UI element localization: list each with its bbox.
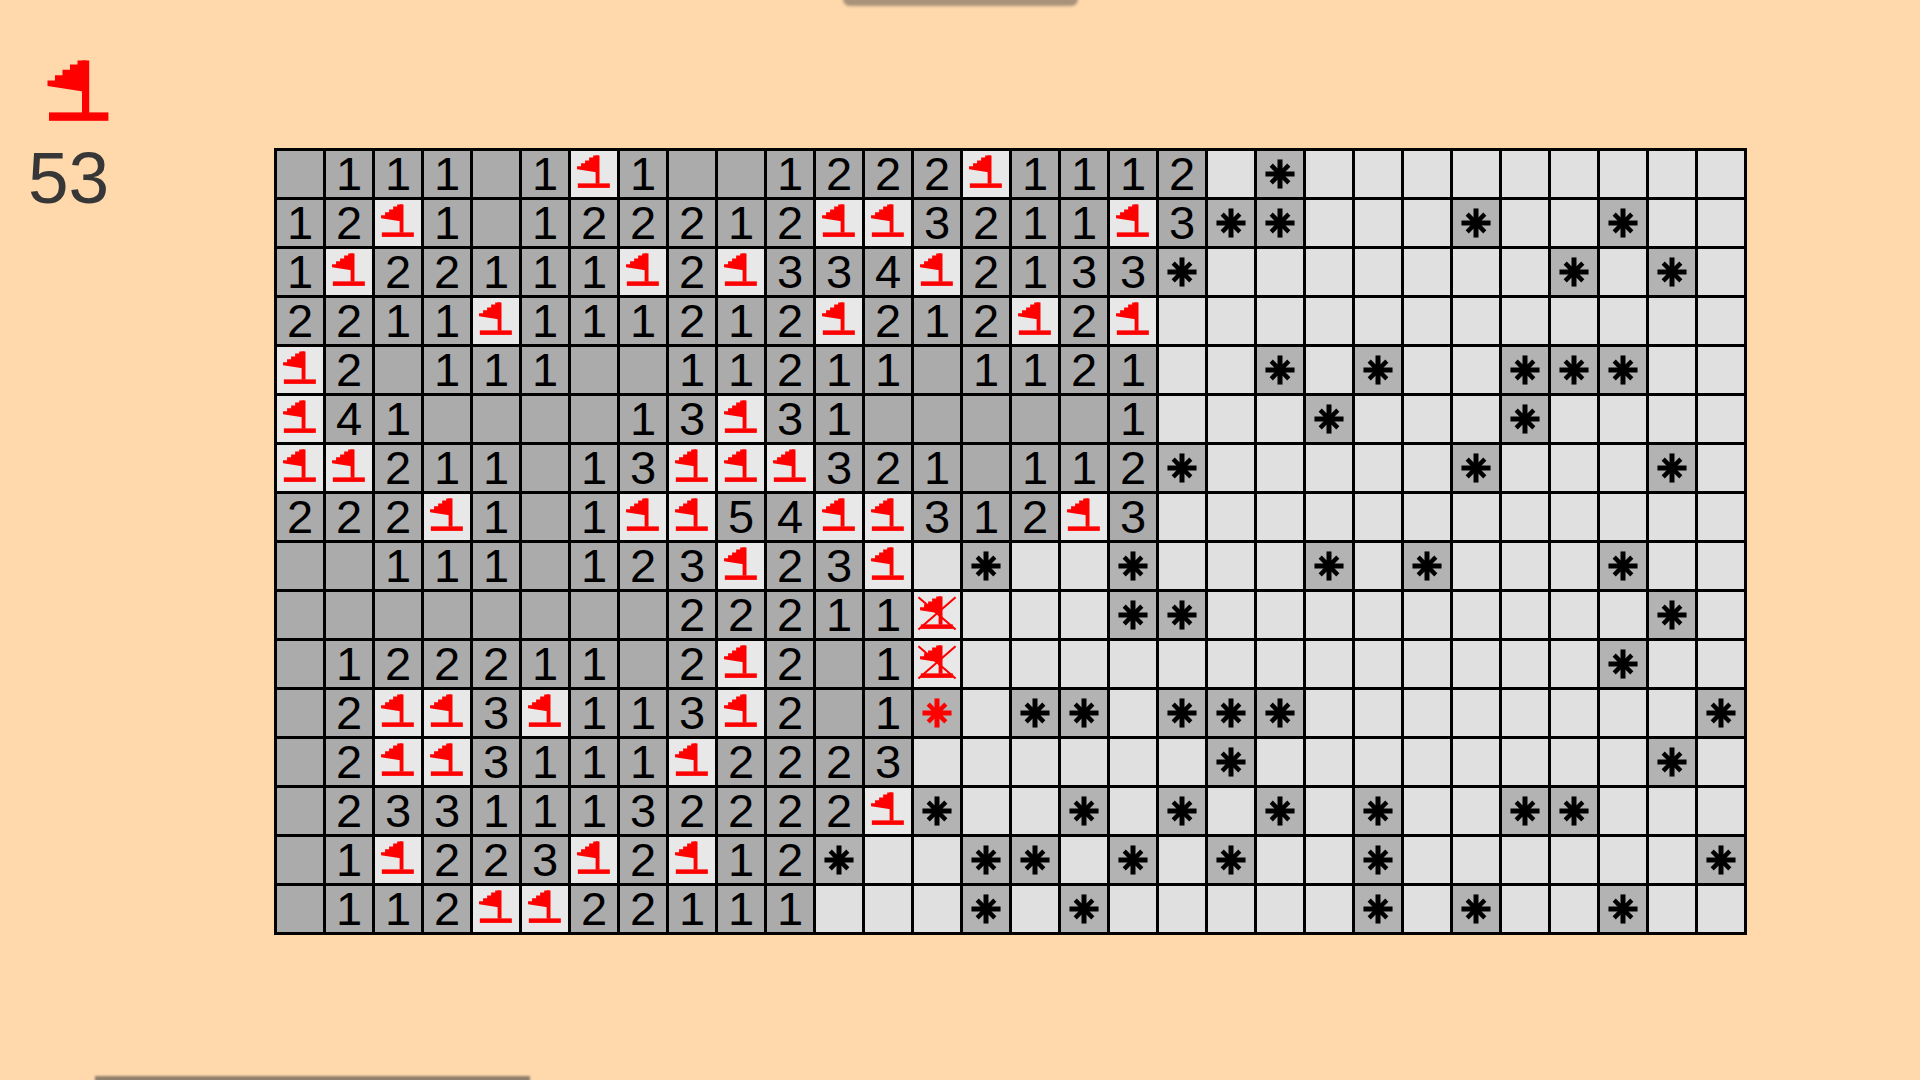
cell-r15-c29[interactable]	[1649, 837, 1695, 883]
cell-r2-c11[interactable]: 2	[767, 200, 813, 246]
cell-r3-c23[interactable]	[1355, 249, 1401, 295]
cell-r6-c13[interactable]	[865, 396, 911, 442]
cell-r9-c5[interactable]: 1	[473, 543, 519, 589]
cell-r9-c27[interactable]	[1551, 543, 1597, 589]
cell-r4-c8[interactable]: 1	[620, 298, 666, 344]
cell-r15-c14[interactable]	[914, 837, 960, 883]
cell-r8-c30[interactable]	[1698, 494, 1744, 540]
cell-r8-c20[interactable]	[1208, 494, 1254, 540]
cell-r7-c21[interactable]	[1257, 445, 1303, 491]
cell-r16-c21[interactable]	[1257, 886, 1303, 932]
cell-r10-c10[interactable]: 2	[718, 592, 764, 638]
cell-r11-c13[interactable]: 1	[865, 641, 911, 687]
cell-r14-c2[interactable]: 2	[326, 788, 372, 834]
cell-r7-c7[interactable]: 1	[571, 445, 617, 491]
cell-r13-c27[interactable]	[1551, 739, 1597, 785]
cell-r4-c14[interactable]: 1	[914, 298, 960, 344]
cell-r7-c8[interactable]: 3	[620, 445, 666, 491]
cell-r7-c28[interactable]	[1600, 445, 1646, 491]
cell-r1-c14[interactable]: 2	[914, 151, 960, 197]
cell-r5-c26[interactable]	[1502, 347, 1548, 393]
cell-r10-c12[interactable]: 1	[816, 592, 862, 638]
cell-r13-c19[interactable]	[1159, 739, 1205, 785]
cell-r14-c15[interactable]	[963, 788, 1009, 834]
cell-r4-c23[interactable]	[1355, 298, 1401, 344]
cell-r9-c18[interactable]	[1110, 543, 1156, 589]
cell-r13-c3[interactable]	[375, 739, 421, 785]
cell-r8-c1[interactable]: 2	[277, 494, 323, 540]
cell-r7-c22[interactable]	[1306, 445, 1352, 491]
cell-r6-c4[interactable]	[424, 396, 470, 442]
cell-r8-c10[interactable]: 5	[718, 494, 764, 540]
cell-r11-c5[interactable]: 2	[473, 641, 519, 687]
cell-r15-c10[interactable]: 1	[718, 837, 764, 883]
cell-r7-c19[interactable]	[1159, 445, 1205, 491]
cell-r1-c30[interactable]	[1698, 151, 1744, 197]
cell-r8-c7[interactable]: 1	[571, 494, 617, 540]
cell-r3-c11[interactable]: 3	[767, 249, 813, 295]
cell-r8-c3[interactable]: 2	[375, 494, 421, 540]
cell-r12-c18[interactable]	[1110, 690, 1156, 736]
cell-r1-c18[interactable]: 1	[1110, 151, 1156, 197]
cell-r15-c7[interactable]	[571, 837, 617, 883]
cell-r4-c18[interactable]	[1110, 298, 1156, 344]
cell-r3-c18[interactable]: 3	[1110, 249, 1156, 295]
cell-r14-c11[interactable]: 2	[767, 788, 813, 834]
cell-r14-c1[interactable]	[277, 788, 323, 834]
cell-r7-c30[interactable]	[1698, 445, 1744, 491]
cell-r3-c2[interactable]	[326, 249, 372, 295]
cell-r4-c6[interactable]: 1	[522, 298, 568, 344]
cell-r5-c3[interactable]	[375, 347, 421, 393]
cell-r3-c6[interactable]: 1	[522, 249, 568, 295]
cell-r11-c15[interactable]	[963, 641, 1009, 687]
cell-r9-c26[interactable]	[1502, 543, 1548, 589]
cell-r8-c11[interactable]: 4	[767, 494, 813, 540]
cell-r12-c25[interactable]	[1453, 690, 1499, 736]
cell-r3-c5[interactable]: 1	[473, 249, 519, 295]
cell-r7-c17[interactable]: 1	[1061, 445, 1107, 491]
cell-r13-c18[interactable]	[1110, 739, 1156, 785]
cell-r1-c24[interactable]	[1404, 151, 1450, 197]
cell-r2-c4[interactable]: 1	[424, 200, 470, 246]
cell-r16-c1[interactable]	[277, 886, 323, 932]
cell-r11-c17[interactable]	[1061, 641, 1107, 687]
cell-r10-c21[interactable]	[1257, 592, 1303, 638]
cell-r15-c25[interactable]	[1453, 837, 1499, 883]
cell-r9-c15[interactable]	[963, 543, 1009, 589]
cell-r14-c8[interactable]: 3	[620, 788, 666, 834]
cell-r14-c10[interactable]: 2	[718, 788, 764, 834]
cell-r11-c27[interactable]	[1551, 641, 1597, 687]
cell-r11-c16[interactable]	[1012, 641, 1058, 687]
cell-r15-c30[interactable]	[1698, 837, 1744, 883]
cell-r11-c2[interactable]: 1	[326, 641, 372, 687]
cell-r6-c11[interactable]: 3	[767, 396, 813, 442]
cell-r5-c20[interactable]	[1208, 347, 1254, 393]
cell-r7-c4[interactable]: 1	[424, 445, 470, 491]
cell-r12-c15[interactable]	[963, 690, 1009, 736]
cell-r10-c14[interactable]	[914, 592, 960, 638]
cell-r7-c12[interactable]: 3	[816, 445, 862, 491]
cell-r4-c9[interactable]: 2	[669, 298, 715, 344]
cell-r13-c9[interactable]	[669, 739, 715, 785]
cell-r10-c13[interactable]: 1	[865, 592, 911, 638]
cell-r3-c12[interactable]: 3	[816, 249, 862, 295]
cell-r16-c29[interactable]	[1649, 886, 1695, 932]
cell-r9-c21[interactable]	[1257, 543, 1303, 589]
cell-r8-c17[interactable]	[1061, 494, 1107, 540]
cell-r3-c13[interactable]: 4	[865, 249, 911, 295]
cell-r15-c11[interactable]: 2	[767, 837, 813, 883]
cell-r13-c23[interactable]	[1355, 739, 1401, 785]
cell-r2-c6[interactable]: 1	[522, 200, 568, 246]
cell-r1-c21[interactable]	[1257, 151, 1303, 197]
cell-r11-c10[interactable]	[718, 641, 764, 687]
cell-r9-c19[interactable]	[1159, 543, 1205, 589]
cell-r11-c4[interactable]: 2	[424, 641, 470, 687]
cell-r8-c13[interactable]	[865, 494, 911, 540]
cell-r15-c9[interactable]	[669, 837, 715, 883]
cell-r13-c21[interactable]	[1257, 739, 1303, 785]
cell-r2-c29[interactable]	[1649, 200, 1695, 246]
cell-r14-c17[interactable]	[1061, 788, 1107, 834]
cell-r10-c23[interactable]	[1355, 592, 1401, 638]
cell-r13-c16[interactable]	[1012, 739, 1058, 785]
cell-r12-c10[interactable]	[718, 690, 764, 736]
cell-r13-c2[interactable]: 2	[326, 739, 372, 785]
cell-r5-c18[interactable]: 1	[1110, 347, 1156, 393]
cell-r7-c20[interactable]	[1208, 445, 1254, 491]
cell-r15-c6[interactable]: 3	[522, 837, 568, 883]
cell-r13-c12[interactable]: 2	[816, 739, 862, 785]
cell-r1-c27[interactable]	[1551, 151, 1597, 197]
cell-r15-c2[interactable]: 1	[326, 837, 372, 883]
cell-r13-c15[interactable]	[963, 739, 1009, 785]
cell-r9-c6[interactable]	[522, 543, 568, 589]
cell-r10-c29[interactable]	[1649, 592, 1695, 638]
cell-r13-c14[interactable]	[914, 739, 960, 785]
cell-r4-c10[interactable]: 1	[718, 298, 764, 344]
cell-r15-c1[interactable]	[277, 837, 323, 883]
cell-r4-c29[interactable]	[1649, 298, 1695, 344]
cell-r16-c20[interactable]	[1208, 886, 1254, 932]
cell-r1-c9[interactable]	[669, 151, 715, 197]
cell-r16-c12[interactable]	[816, 886, 862, 932]
cell-r13-c30[interactable]	[1698, 739, 1744, 785]
cell-r12-c19[interactable]	[1159, 690, 1205, 736]
cell-r11-c23[interactable]	[1355, 641, 1401, 687]
cell-r9-c12[interactable]: 3	[816, 543, 862, 589]
cell-r8-c8[interactable]	[620, 494, 666, 540]
cell-r2-c21[interactable]	[1257, 200, 1303, 246]
cell-r3-c19[interactable]	[1159, 249, 1205, 295]
cell-r15-c19[interactable]	[1159, 837, 1205, 883]
cell-r14-c28[interactable]	[1600, 788, 1646, 834]
cell-r3-c20[interactable]	[1208, 249, 1254, 295]
cell-r4-c22[interactable]	[1306, 298, 1352, 344]
cell-r8-c26[interactable]	[1502, 494, 1548, 540]
cell-r6-c2[interactable]: 4	[326, 396, 372, 442]
cell-r3-c10[interactable]	[718, 249, 764, 295]
cell-r16-c24[interactable]	[1404, 886, 1450, 932]
cell-r3-c9[interactable]: 2	[669, 249, 715, 295]
cell-r9-c23[interactable]	[1355, 543, 1401, 589]
cell-r1-c8[interactable]: 1	[620, 151, 666, 197]
cell-r9-c30[interactable]	[1698, 543, 1744, 589]
cell-r10-c7[interactable]	[571, 592, 617, 638]
cell-r1-c17[interactable]: 1	[1061, 151, 1107, 197]
cell-r2-c8[interactable]: 2	[620, 200, 666, 246]
cell-r7-c1[interactable]	[277, 445, 323, 491]
cell-r9-c16[interactable]	[1012, 543, 1058, 589]
cell-r15-c16[interactable]	[1012, 837, 1058, 883]
cell-r9-c20[interactable]	[1208, 543, 1254, 589]
cell-r16-c22[interactable]	[1306, 886, 1352, 932]
cell-r12-c30[interactable]	[1698, 690, 1744, 736]
cell-r16-c26[interactable]	[1502, 886, 1548, 932]
cell-r9-c7[interactable]: 1	[571, 543, 617, 589]
cell-r16-c8[interactable]: 2	[620, 886, 666, 932]
cell-r14-c4[interactable]: 3	[424, 788, 470, 834]
cell-r6-c29[interactable]	[1649, 396, 1695, 442]
cell-r2-c16[interactable]: 1	[1012, 200, 1058, 246]
cell-r5-c6[interactable]: 1	[522, 347, 568, 393]
cell-r1-c26[interactable]	[1502, 151, 1548, 197]
cell-r5-c15[interactable]: 1	[963, 347, 1009, 393]
cell-r16-c10[interactable]: 1	[718, 886, 764, 932]
cell-r1-c11[interactable]: 1	[767, 151, 813, 197]
cell-r5-c23[interactable]	[1355, 347, 1401, 393]
cell-r7-c15[interactable]	[963, 445, 1009, 491]
cell-r7-c25[interactable]	[1453, 445, 1499, 491]
cell-r13-c17[interactable]	[1061, 739, 1107, 785]
cell-r12-c27[interactable]	[1551, 690, 1597, 736]
cell-r14-c26[interactable]	[1502, 788, 1548, 834]
cell-r7-c16[interactable]: 1	[1012, 445, 1058, 491]
cell-r4-c5[interactable]	[473, 298, 519, 344]
cell-r16-c16[interactable]	[1012, 886, 1058, 932]
cell-r7-c2[interactable]	[326, 445, 372, 491]
cell-r14-c19[interactable]	[1159, 788, 1205, 834]
cell-r3-c29[interactable]	[1649, 249, 1695, 295]
cell-r14-c27[interactable]	[1551, 788, 1597, 834]
cell-r8-c18[interactable]: 3	[1110, 494, 1156, 540]
cell-r16-c3[interactable]: 1	[375, 886, 421, 932]
cell-r16-c25[interactable]	[1453, 886, 1499, 932]
cell-r8-c21[interactable]	[1257, 494, 1303, 540]
cell-r11-c24[interactable]	[1404, 641, 1450, 687]
cell-r16-c7[interactable]: 2	[571, 886, 617, 932]
cell-r14-c6[interactable]: 1	[522, 788, 568, 834]
cell-r8-c23[interactable]	[1355, 494, 1401, 540]
cell-r12-c24[interactable]	[1404, 690, 1450, 736]
cell-r6-c21[interactable]	[1257, 396, 1303, 442]
cell-r3-c30[interactable]	[1698, 249, 1744, 295]
cell-r3-c21[interactable]	[1257, 249, 1303, 295]
cell-r6-c7[interactable]	[571, 396, 617, 442]
cell-r10-c19[interactable]	[1159, 592, 1205, 638]
cell-r1-c23[interactable]	[1355, 151, 1401, 197]
cell-r6-c15[interactable]	[963, 396, 1009, 442]
cell-r10-c9[interactable]: 2	[669, 592, 715, 638]
cell-r15-c20[interactable]	[1208, 837, 1254, 883]
cell-r2-c15[interactable]: 2	[963, 200, 1009, 246]
cell-r2-c14[interactable]: 3	[914, 200, 960, 246]
cell-r2-c7[interactable]: 2	[571, 200, 617, 246]
cell-r14-c3[interactable]: 3	[375, 788, 421, 834]
cell-r13-c24[interactable]	[1404, 739, 1450, 785]
cell-r11-c20[interactable]	[1208, 641, 1254, 687]
cell-r4-c19[interactable]	[1159, 298, 1205, 344]
cell-r9-c29[interactable]	[1649, 543, 1695, 589]
cell-r9-c17[interactable]	[1061, 543, 1107, 589]
cell-r14-c29[interactable]	[1649, 788, 1695, 834]
cell-r11-c30[interactable]	[1698, 641, 1744, 687]
cell-r2-c30[interactable]	[1698, 200, 1744, 246]
cell-r16-c9[interactable]: 1	[669, 886, 715, 932]
cell-r1-c12[interactable]: 2	[816, 151, 862, 197]
cell-r13-c6[interactable]: 1	[522, 739, 568, 785]
cell-r10-c25[interactable]	[1453, 592, 1499, 638]
cell-r3-c16[interactable]: 1	[1012, 249, 1058, 295]
cell-r10-c4[interactable]	[424, 592, 470, 638]
cell-r10-c1[interactable]	[277, 592, 323, 638]
cell-r8-c15[interactable]: 1	[963, 494, 1009, 540]
cell-r6-c25[interactable]	[1453, 396, 1499, 442]
cell-r2-c12[interactable]	[816, 200, 862, 246]
cell-r6-c14[interactable]	[914, 396, 960, 442]
cell-r16-c11[interactable]: 1	[767, 886, 813, 932]
cell-r9-c2[interactable]	[326, 543, 372, 589]
cell-r15-c27[interactable]	[1551, 837, 1597, 883]
cell-r5-c27[interactable]	[1551, 347, 1597, 393]
cell-r1-c10[interactable]	[718, 151, 764, 197]
cell-r10-c6[interactable]	[522, 592, 568, 638]
cell-r7-c3[interactable]: 2	[375, 445, 421, 491]
cell-r14-c25[interactable]	[1453, 788, 1499, 834]
cell-r3-c28[interactable]	[1600, 249, 1646, 295]
cell-r14-c30[interactable]	[1698, 788, 1744, 834]
cell-r13-c26[interactable]	[1502, 739, 1548, 785]
cell-r9-c8[interactable]: 2	[620, 543, 666, 589]
cell-r2-c18[interactable]	[1110, 200, 1156, 246]
cell-r5-c16[interactable]: 1	[1012, 347, 1058, 393]
cell-r8-c19[interactable]	[1159, 494, 1205, 540]
cell-r4-c1[interactable]: 2	[277, 298, 323, 344]
cell-r3-c15[interactable]: 2	[963, 249, 1009, 295]
cell-r8-c6[interactable]	[522, 494, 568, 540]
cell-r1-c16[interactable]: 1	[1012, 151, 1058, 197]
cell-r2-c17[interactable]: 1	[1061, 200, 1107, 246]
cell-r4-c24[interactable]	[1404, 298, 1450, 344]
cell-r2-c2[interactable]: 2	[326, 200, 372, 246]
cell-r8-c22[interactable]	[1306, 494, 1352, 540]
cell-r2-c25[interactable]	[1453, 200, 1499, 246]
cell-r7-c10[interactable]	[718, 445, 764, 491]
cell-r2-c9[interactable]: 2	[669, 200, 715, 246]
cell-r4-c27[interactable]	[1551, 298, 1597, 344]
cell-r15-c4[interactable]: 2	[424, 837, 470, 883]
cell-r14-c9[interactable]: 2	[669, 788, 715, 834]
cell-r3-c4[interactable]: 2	[424, 249, 470, 295]
cell-r12-c11[interactable]: 2	[767, 690, 813, 736]
cell-r5-c7[interactable]	[571, 347, 617, 393]
cell-r12-c4[interactable]	[424, 690, 470, 736]
cell-r3-c17[interactable]: 3	[1061, 249, 1107, 295]
cell-r5-c2[interactable]: 2	[326, 347, 372, 393]
cell-r4-c3[interactable]: 1	[375, 298, 421, 344]
cell-r12-c1[interactable]	[277, 690, 323, 736]
cell-r13-c25[interactable]	[1453, 739, 1499, 785]
cell-r8-c2[interactable]: 2	[326, 494, 372, 540]
cell-r6-c6[interactable]	[522, 396, 568, 442]
cell-r8-c12[interactable]	[816, 494, 862, 540]
cell-r1-c3[interactable]: 1	[375, 151, 421, 197]
cell-r8-c27[interactable]	[1551, 494, 1597, 540]
cell-r12-c22[interactable]	[1306, 690, 1352, 736]
cell-r10-c20[interactable]	[1208, 592, 1254, 638]
cell-r15-c18[interactable]	[1110, 837, 1156, 883]
cell-r11-c22[interactable]	[1306, 641, 1352, 687]
cell-r4-c13[interactable]: 2	[865, 298, 911, 344]
cell-r2-c28[interactable]	[1600, 200, 1646, 246]
cell-r9-c10[interactable]	[718, 543, 764, 589]
cell-r12-c5[interactable]: 3	[473, 690, 519, 736]
cell-r6-c17[interactable]	[1061, 396, 1107, 442]
cell-r4-c30[interactable]	[1698, 298, 1744, 344]
cell-r6-c26[interactable]	[1502, 396, 1548, 442]
cell-r12-c6[interactable]	[522, 690, 568, 736]
cell-r10-c16[interactable]	[1012, 592, 1058, 638]
cell-r1-c20[interactable]	[1208, 151, 1254, 197]
cell-r16-c17[interactable]	[1061, 886, 1107, 932]
cell-r10-c3[interactable]	[375, 592, 421, 638]
cell-r7-c6[interactable]	[522, 445, 568, 491]
cell-r1-c13[interactable]: 2	[865, 151, 911, 197]
cell-r12-c14[interactable]	[914, 690, 960, 736]
cell-r9-c9[interactable]: 3	[669, 543, 715, 589]
cell-r9-c1[interactable]	[277, 543, 323, 589]
cell-r3-c22[interactable]	[1306, 249, 1352, 295]
cell-r10-c8[interactable]	[620, 592, 666, 638]
cell-r12-c12[interactable]	[816, 690, 862, 736]
cell-r3-c3[interactable]: 2	[375, 249, 421, 295]
cell-r5-c10[interactable]: 1	[718, 347, 764, 393]
cell-r6-c10[interactable]	[718, 396, 764, 442]
cell-r5-c21[interactable]	[1257, 347, 1303, 393]
cell-r6-c16[interactable]	[1012, 396, 1058, 442]
cell-r2-c19[interactable]: 3	[1159, 200, 1205, 246]
cell-r2-c3[interactable]	[375, 200, 421, 246]
cell-r4-c28[interactable]	[1600, 298, 1646, 344]
cell-r12-c13[interactable]: 1	[865, 690, 911, 736]
cell-r6-c18[interactable]: 1	[1110, 396, 1156, 442]
cell-r14-c12[interactable]: 2	[816, 788, 862, 834]
cell-r15-c28[interactable]	[1600, 837, 1646, 883]
cell-r16-c5[interactable]	[473, 886, 519, 932]
cell-r16-c28[interactable]	[1600, 886, 1646, 932]
cell-r4-c17[interactable]: 2	[1061, 298, 1107, 344]
cell-r6-c12[interactable]: 1	[816, 396, 862, 442]
cell-r2-c20[interactable]	[1208, 200, 1254, 246]
cell-r7-c26[interactable]	[1502, 445, 1548, 491]
cell-r3-c1[interactable]: 1	[277, 249, 323, 295]
cell-r9-c24[interactable]	[1404, 543, 1450, 589]
cell-r5-c11[interactable]: 2	[767, 347, 813, 393]
cell-r15-c8[interactable]: 2	[620, 837, 666, 883]
cell-r15-c12[interactable]	[816, 837, 862, 883]
